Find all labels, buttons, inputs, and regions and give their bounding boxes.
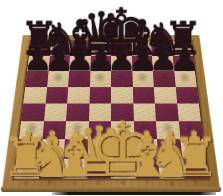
pawn-reflection [137, 73, 148, 83]
piece-shadow [89, 148, 109, 157]
file-label-f: f [135, 179, 160, 188]
square-c2[interactable]: ♟ [64, 139, 88, 158]
pawn-reflection [116, 73, 127, 83]
piece-shadow [185, 168, 206, 178]
pawn-reflection [31, 73, 43, 83]
piece-shadow [154, 63, 172, 70]
piece-shadow [133, 48, 150, 55]
chess-board[interactable]: ♜♞♝♛♚♝♞♜♟♟♟♟♟♟♟♟♟♟♟♟♟♟♟♟♜♞♝♛♚♝♞♜ a b c d… [2, 35, 220, 188]
piece-shadow [113, 168, 133, 178]
square-h7[interactable]: ♟ [172, 56, 194, 71]
pawn-reflection [161, 123, 174, 134]
square-d2[interactable]: ♟ [87, 139, 111, 158]
square-g8[interactable]: ♞ [151, 41, 172, 56]
square-e8[interactable]: ♚ [111, 41, 131, 56]
square-a8[interactable]: ♜ [29, 41, 51, 56]
square-a6[interactable] [25, 71, 48, 87]
pawn-reflection [71, 123, 83, 134]
piece-shadow [92, 63, 110, 70]
square-g2[interactable]: ♟ [157, 139, 182, 158]
square-f4[interactable] [133, 104, 156, 121]
square-f5[interactable] [132, 87, 154, 104]
square-f1[interactable]: ♝ [135, 158, 160, 178]
square-b2[interactable]: ♟ [40, 139, 65, 158]
board-drop-shadow [52, 192, 216, 195]
square-b8[interactable]: ♞ [50, 41, 71, 56]
pawn-reflection [139, 123, 151, 134]
square-f6[interactable] [132, 71, 154, 87]
pawn-reflection [74, 73, 85, 83]
piece-shadow [153, 48, 171, 55]
square-b7[interactable]: ♟ [48, 56, 70, 71]
square-e6[interactable] [111, 71, 132, 87]
pawn-reflection [179, 73, 191, 83]
file-labels: a b c d e f g h [13, 179, 209, 188]
square-f2[interactable]: ♟ [134, 139, 158, 158]
square-g6[interactable] [153, 71, 175, 87]
square-h3[interactable] [178, 121, 203, 139]
piece-shadow [175, 63, 193, 70]
square-b6[interactable] [47, 71, 69, 87]
square-e3[interactable] [111, 121, 134, 139]
square-a2[interactable]: ♟ [17, 139, 42, 158]
piece-shadow [137, 168, 158, 178]
square-c8[interactable]: ♝ [70, 41, 91, 56]
square-d6[interactable] [90, 71, 111, 87]
pawn-reflection [25, 123, 38, 134]
piece-shadow [113, 48, 130, 55]
square-c7[interactable]: ♟ [69, 56, 90, 71]
square-a4[interactable] [21, 104, 45, 121]
file-label-c: c [62, 179, 87, 188]
square-d4[interactable] [89, 104, 111, 121]
piece-shadow [51, 48, 69, 55]
square-d3[interactable] [88, 121, 111, 139]
square-h6[interactable] [174, 71, 197, 87]
board-grid[interactable]: ♜♞♝♛♚♝♞♜♟♟♟♟♟♟♟♟♟♟♟♟♟♟♟♟♜♞♝♛♚♝♞♜ [14, 41, 208, 178]
pawn-reflection [116, 123, 128, 134]
pawn-reflection [52, 73, 64, 83]
piece-shadow [89, 168, 109, 178]
square-c1[interactable]: ♝ [63, 158, 88, 178]
pawn-reflection [158, 73, 170, 83]
piece-shadow [40, 168, 61, 178]
square-a7[interactable]: ♟ [27, 56, 49, 71]
piece-shadow [159, 148, 179, 157]
board-scene: ♜♞♝♛♚♝♞♜♟♟♟♟♟♟♟♟♟♟♟♟♟♟♟♟♜♞♝♛♚♝♞♜ a b c d… [0, 0, 223, 196]
pawn-reflection [48, 123, 61, 134]
square-h8[interactable]: ♜ [171, 41, 193, 56]
square-c6[interactable] [68, 71, 90, 87]
square-b4[interactable] [44, 104, 68, 121]
square-a5[interactable] [23, 87, 46, 104]
square-b5[interactable] [45, 87, 68, 104]
piece-shadow [19, 148, 40, 157]
square-f3[interactable] [133, 121, 157, 139]
square-e7[interactable]: ♟ [111, 56, 132, 71]
square-c3[interactable] [65, 121, 89, 139]
square-c5[interactable] [67, 87, 89, 104]
square-d5[interactable] [89, 87, 111, 104]
piece-shadow [42, 148, 62, 157]
pawn-reflection [184, 123, 197, 134]
piece-shadow [133, 63, 151, 70]
piece-shadow [31, 48, 49, 55]
piece-white-knight-b1[interactable]: ♞ [27, 132, 74, 184]
file-label-d: d [87, 179, 111, 188]
piece-shadow [29, 63, 47, 70]
square-h4[interactable] [177, 104, 201, 121]
piece-shadow [72, 48, 89, 55]
piece-shadow [183, 148, 204, 157]
piece-shadow [173, 48, 191, 55]
piece-shadow [113, 63, 131, 70]
piece-white-knight-g1[interactable]: ♞ [148, 132, 195, 184]
square-g4[interactable] [155, 104, 179, 121]
square-g7[interactable]: ♟ [152, 56, 174, 71]
square-f7[interactable]: ♟ [131, 56, 152, 71]
piece-shadow [66, 148, 86, 157]
app-window: ♜♞♝♛♚♝♞♜♟♟♟♟♟♟♟♟♟♟♟♟♟♟♟♟♜♞♝♛♚♝♞♜ a b c d… [0, 0, 223, 196]
square-d7[interactable]: ♟ [90, 56, 111, 71]
square-a1[interactable]: ♜ [14, 158, 40, 178]
piece-shadow [71, 63, 89, 70]
square-d8[interactable]: ♛ [91, 41, 111, 56]
file-label-h: h [184, 179, 209, 188]
square-d1[interactable]: ♛ [87, 158, 111, 178]
square-g1[interactable]: ♞ [158, 158, 183, 178]
square-b1[interactable]: ♞ [38, 158, 63, 178]
file-label-e: e [111, 179, 135, 188]
square-e4[interactable] [111, 104, 133, 121]
square-h1[interactable]: ♜ [182, 158, 208, 178]
file-label-g: g [159, 179, 184, 188]
pawn-reflection [94, 123, 106, 134]
pawn-reflection [95, 73, 106, 83]
square-e2[interactable]: ♟ [111, 139, 135, 158]
piece-shadow [161, 168, 182, 178]
square-e1[interactable]: ♚ [111, 158, 135, 178]
piece-shadow [136, 148, 156, 157]
piece-shadow [16, 168, 37, 178]
piece-shadow [65, 168, 86, 178]
square-g3[interactable] [156, 121, 180, 139]
square-f8[interactable]: ♝ [131, 41, 152, 56]
square-h2[interactable]: ♟ [180, 139, 205, 158]
file-label-b: b [38, 179, 63, 188]
square-g5[interactable] [154, 87, 177, 104]
piece-shadow [92, 48, 109, 55]
piece-shadow [50, 63, 68, 70]
square-c4[interactable] [66, 104, 89, 121]
square-h5[interactable] [175, 87, 198, 104]
piece-shadow [113, 148, 133, 157]
file-label-a: a [13, 179, 38, 188]
square-b3[interactable] [42, 121, 66, 139]
square-e5[interactable] [111, 87, 133, 104]
square-a3[interactable] [19, 121, 44, 139]
